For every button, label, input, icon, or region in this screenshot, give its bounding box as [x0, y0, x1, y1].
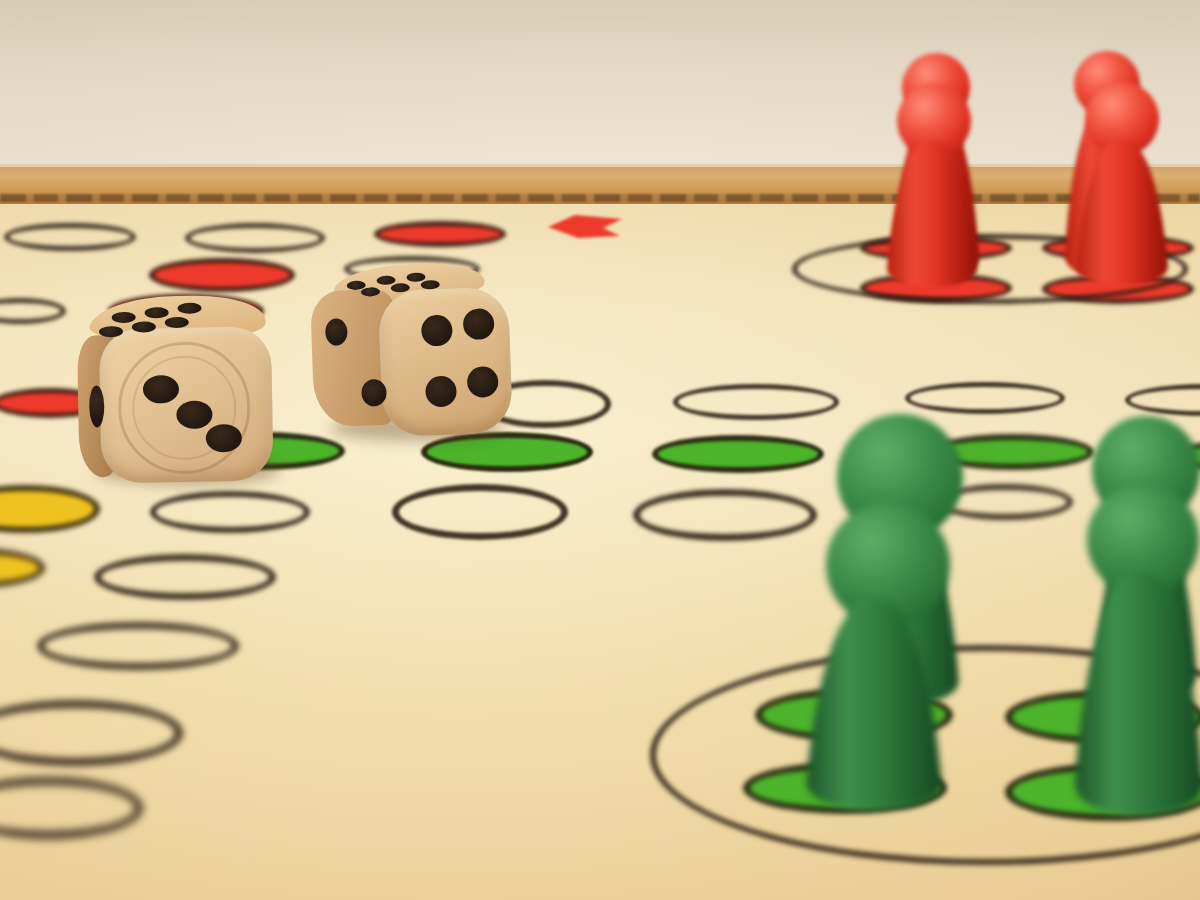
die-pip [406, 272, 425, 282]
die-pip [390, 283, 409, 293]
die-pip [112, 311, 136, 322]
die-pip [462, 308, 494, 340]
die-pip [99, 325, 123, 336]
die-pip [420, 314, 452, 346]
die-pip [177, 302, 201, 313]
green-pawn-3[interactable] [809, 503, 967, 810]
die-pip [88, 385, 104, 427]
green-pawn-4[interactable] [1068, 484, 1200, 815]
red-pawn-4[interactable] [1067, 82, 1177, 285]
red-pawn-3[interactable] [880, 84, 988, 287]
die-pip [420, 279, 439, 289]
die-pip [360, 287, 379, 297]
wooden-die-right[interactable] [309, 259, 513, 440]
die-pip [376, 275, 395, 285]
red-pawn-body [1071, 139, 1173, 285]
green-pawn-body [799, 599, 949, 810]
ludo-board-photo [0, 0, 1200, 900]
wooden-die-left[interactable] [76, 294, 277, 487]
green-pawn-body [1068, 571, 1200, 815]
die-pip [165, 316, 189, 327]
die-pip [132, 321, 156, 332]
die-front-face [378, 287, 513, 437]
die-pip [361, 378, 387, 406]
red-pawn-body [882, 141, 982, 287]
die-pip [145, 307, 169, 318]
die-pip [466, 366, 498, 398]
die-pip [424, 375, 456, 407]
